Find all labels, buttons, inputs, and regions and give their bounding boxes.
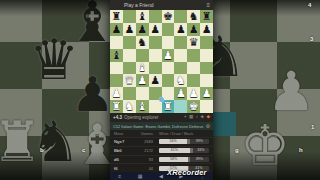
square-e3[interactable] bbox=[162, 74, 175, 87]
opening-name: C52 Italian Game: Evans Gambit, Dufresne… bbox=[113, 124, 204, 129]
square-c8[interactable]: ♝ bbox=[136, 10, 149, 23]
board-icon[interactable]: ▦ bbox=[189, 115, 193, 120]
white-wins-segment: 58% bbox=[159, 157, 188, 162]
square-g6[interactable]: ♛ bbox=[187, 36, 200, 49]
background-coordinate-label: b bbox=[40, 147, 44, 153]
square-d6[interactable] bbox=[149, 36, 162, 49]
white-king-g1[interactable]: ♚ bbox=[189, 101, 199, 112]
square-b3[interactable]: ♛ bbox=[123, 74, 136, 87]
background-coordinate-label: 1 bbox=[311, 124, 314, 130]
result-bar: 56%39% bbox=[159, 139, 209, 144]
square-e1[interactable]: ♜ bbox=[162, 100, 175, 113]
black-pawn-d3[interactable]: ♟ bbox=[150, 75, 160, 86]
explorer-header: +4.3 Opening explorer +▦♪◈◆ bbox=[110, 113, 213, 122]
square-b5[interactable] bbox=[123, 49, 136, 62]
square-h2[interactable]: ♟ bbox=[200, 87, 213, 100]
square-f6[interactable] bbox=[174, 36, 187, 49]
square-f3[interactable]: ♞ bbox=[174, 74, 187, 87]
square-b8[interactable] bbox=[123, 10, 136, 23]
black-pawn-h7[interactable]: ♟ bbox=[202, 24, 212, 35]
square-g7[interactable]: ♟ bbox=[187, 23, 200, 36]
black-pawn-c7[interactable]: ♟ bbox=[137, 24, 147, 35]
games-count: 2172 bbox=[131, 148, 153, 153]
black-pawn-b7[interactable]: ♟ bbox=[124, 24, 134, 35]
square-f7[interactable]: ♟ bbox=[174, 23, 187, 36]
black-bishop-a5[interactable]: ♝ bbox=[112, 50, 122, 61]
square-e7[interactable] bbox=[162, 23, 175, 36]
square-h8[interactable]: ♜ bbox=[200, 10, 213, 23]
square-b6[interactable] bbox=[123, 36, 136, 49]
square-c2[interactable] bbox=[136, 87, 149, 100]
move-indicator-dot bbox=[159, 97, 164, 102]
square-c7[interactable]: ♟ bbox=[136, 23, 149, 36]
background-coordinate-label: c bbox=[82, 147, 85, 153]
board-icon[interactable]: ▦ bbox=[138, 174, 143, 179]
plus-icon[interactable]: + bbox=[184, 115, 187, 120]
menu-icon[interactable]: ≡ bbox=[118, 174, 121, 179]
explorer-rows: Nge7268356%39%Bb6217261%33%d69358%39%f64… bbox=[110, 137, 213, 172]
square-b2[interactable] bbox=[123, 87, 136, 100]
square-a6[interactable] bbox=[110, 36, 123, 49]
square-g8[interactable]: ♞ bbox=[187, 10, 200, 23]
background-coordinate-label: 4 bbox=[308, 2, 311, 8]
square-g3[interactable] bbox=[187, 74, 200, 87]
white-knight-f3[interactable]: ♞ bbox=[176, 75, 186, 86]
white-bishop-c4[interactable]: ♝ bbox=[137, 62, 147, 73]
chess-board[interactable]: ♜♝♚♞♜♟♟♟♟♟♟♟♞♛♝♟♝♛♟♟♞♟♟♟♟♜♞♝♜♚ bbox=[110, 10, 213, 113]
square-h1[interactable] bbox=[200, 100, 213, 113]
black-pawn-f7[interactable]: ♟ bbox=[176, 24, 186, 35]
black-king-e8[interactable]: ♚ bbox=[163, 11, 173, 22]
move-label: Bb6 bbox=[110, 148, 131, 153]
square-a3[interactable] bbox=[110, 74, 123, 87]
explorer-move-row-d6[interactable]: d69358%39% bbox=[110, 155, 213, 164]
square-d8[interactable] bbox=[149, 10, 162, 23]
white-pawn-h2[interactable]: ♟ bbox=[202, 88, 212, 99]
black-pawn-d7[interactable]: ♟ bbox=[150, 24, 160, 35]
flask-icon[interactable]: ◈ bbox=[201, 115, 204, 120]
square-e6[interactable] bbox=[162, 36, 175, 49]
menu-icon[interactable]: ≡ bbox=[206, 2, 210, 8]
white-rook-a1[interactable]: ♜ bbox=[112, 101, 122, 112]
app-window: Play a Friend ≡ ♜♝♚♞♜♟♟♟♟♟♟♟♞♛♝♟♝♛♟♟♞♟♟♟… bbox=[110, 0, 213, 180]
square-c5[interactable] bbox=[136, 49, 149, 62]
square-d1[interactable] bbox=[149, 100, 162, 113]
square-h5[interactable] bbox=[200, 49, 213, 62]
background-coordinate-label: 3 bbox=[310, 36, 313, 42]
black-pawn-g7[interactable]: ♟ bbox=[189, 24, 199, 35]
opening-explorer-panel: +4.3 Opening explorer +▦♪◈◆ C52 Italian … bbox=[110, 113, 213, 172]
header-games: Games bbox=[131, 132, 153, 136]
white-bishop-c1[interactable]: ♝ bbox=[137, 101, 147, 112]
square-f8[interactable] bbox=[174, 10, 187, 23]
square-c4[interactable]: ♝ bbox=[136, 62, 149, 75]
header-move: Move bbox=[110, 132, 131, 136]
opening-name-row[interactable]: C52 Italian Game: Evans Gambit, Dufresne… bbox=[110, 122, 213, 130]
result-bar: 58%39% bbox=[159, 157, 209, 162]
top-bar: Play a Friend ≡ bbox=[110, 0, 213, 10]
move-label: d6 bbox=[110, 157, 131, 162]
black-queen-g6[interactable]: ♛ bbox=[189, 37, 199, 48]
white-pawn-c3[interactable]: ♟ bbox=[137, 75, 147, 86]
black-knight-c6[interactable]: ♞ bbox=[137, 37, 147, 48]
white-wins-segment: 61% bbox=[159, 148, 190, 153]
square-e8[interactable]: ♚ bbox=[162, 10, 175, 23]
square-c3[interactable]: ♟ bbox=[136, 74, 149, 87]
speaker-icon[interactable]: ♪ bbox=[196, 115, 198, 120]
square-e4[interactable] bbox=[162, 62, 175, 75]
square-g1[interactable]: ♚ bbox=[187, 100, 200, 113]
square-g5[interactable] bbox=[187, 49, 200, 62]
black-pawn-a7[interactable]: ♟ bbox=[112, 24, 122, 35]
white-wins-segment: 56% bbox=[159, 139, 187, 144]
square-a8[interactable]: ♜ bbox=[110, 10, 123, 23]
games-count: 2683 bbox=[131, 139, 153, 144]
white-pawn-f2[interactable]: ♟ bbox=[176, 88, 186, 99]
prev-move-icon[interactable]: ◀ bbox=[159, 174, 163, 179]
white-pawn-a2[interactable]: ♟ bbox=[112, 88, 122, 99]
square-f1[interactable] bbox=[174, 100, 187, 113]
square-a4[interactable] bbox=[110, 62, 123, 75]
square-b7[interactable]: ♟ bbox=[123, 23, 136, 36]
white-pawn-g2[interactable]: ♟ bbox=[189, 88, 199, 99]
explorer-toolbar: +▦♪◈◆ bbox=[184, 115, 210, 120]
square-c6[interactable]: ♞ bbox=[136, 36, 149, 49]
evaluation-badge: +4.3 bbox=[113, 115, 122, 120]
white-rook-e1[interactable]: ♜ bbox=[163, 101, 173, 112]
square-h4[interactable] bbox=[200, 62, 213, 75]
white-queen-b3[interactable]: ♛ bbox=[124, 75, 134, 86]
explorer-move-row-Nge7[interactable]: Nge7268356%39% bbox=[110, 137, 213, 146]
screen: ♝♛♟♜♞♝♞♟♚ 431bcgh Play a Friend ≡ ♜♝♚♞♜♟… bbox=[0, 0, 320, 180]
games-count: 44 bbox=[131, 166, 153, 171]
square-d3[interactable]: ♟ bbox=[149, 74, 162, 87]
square-a5[interactable]: ♝ bbox=[110, 49, 123, 62]
square-e5[interactable]: ♟ bbox=[162, 49, 175, 62]
explorer-table-header: Move Games White / Draw / Black bbox=[110, 130, 213, 137]
square-h6[interactable] bbox=[200, 36, 213, 49]
move-label: Nge7 bbox=[110, 139, 131, 144]
square-c1[interactable]: ♝ bbox=[136, 100, 149, 113]
white-knight-b1[interactable]: ♞ bbox=[124, 101, 134, 112]
black-wins-segment: 39% bbox=[190, 139, 210, 144]
square-g2[interactable]: ♟ bbox=[187, 87, 200, 100]
square-h7[interactable]: ♟ bbox=[200, 23, 213, 36]
black-rook-h8[interactable]: ♜ bbox=[202, 11, 212, 22]
square-f4[interactable] bbox=[174, 62, 187, 75]
square-b1[interactable]: ♞ bbox=[123, 100, 136, 113]
games-count: 93 bbox=[131, 157, 153, 162]
background-coordinate-label: h bbox=[299, 147, 303, 153]
square-g4[interactable] bbox=[187, 62, 200, 75]
black-bishop-c8[interactable]: ♝ bbox=[137, 11, 147, 22]
square-d5[interactable] bbox=[149, 49, 162, 62]
square-b4[interactable] bbox=[123, 62, 136, 75]
square-f5[interactable] bbox=[174, 49, 187, 62]
explorer-title: Opening explorer bbox=[124, 115, 159, 120]
square-a2[interactable]: ♟ bbox=[110, 87, 123, 100]
square-d4[interactable] bbox=[149, 62, 162, 75]
move-label: f6 bbox=[110, 166, 131, 171]
result-bar: 61%33% bbox=[159, 148, 209, 153]
square-h3[interactable] bbox=[200, 74, 213, 87]
white-pawn-e5[interactable]: ♟ bbox=[163, 50, 173, 61]
black-knight-g8[interactable]: ♞ bbox=[189, 11, 199, 22]
black-rook-a8[interactable]: ♜ bbox=[112, 11, 122, 22]
page-title: Play a Friend bbox=[124, 2, 153, 8]
explorer-move-row-Bb6[interactable]: Bb6217261%33% bbox=[110, 146, 213, 155]
square-a7[interactable]: ♟ bbox=[110, 23, 123, 36]
black-wins-segment: 33% bbox=[193, 148, 210, 153]
gear-icon[interactable]: ⚙ bbox=[206, 124, 210, 129]
square-f2[interactable]: ♟ bbox=[174, 87, 187, 100]
header-result: White / Draw / Black bbox=[153, 132, 213, 136]
background-coordinate-label: g bbox=[235, 147, 239, 153]
recorder-watermark: XRecorder bbox=[167, 168, 207, 177]
book-icon[interactable]: ◆ bbox=[207, 115, 210, 120]
black-wins-segment: 39% bbox=[190, 157, 210, 162]
square-a1[interactable]: ♜ bbox=[110, 100, 123, 113]
square-d7[interactable]: ♟ bbox=[149, 23, 162, 36]
